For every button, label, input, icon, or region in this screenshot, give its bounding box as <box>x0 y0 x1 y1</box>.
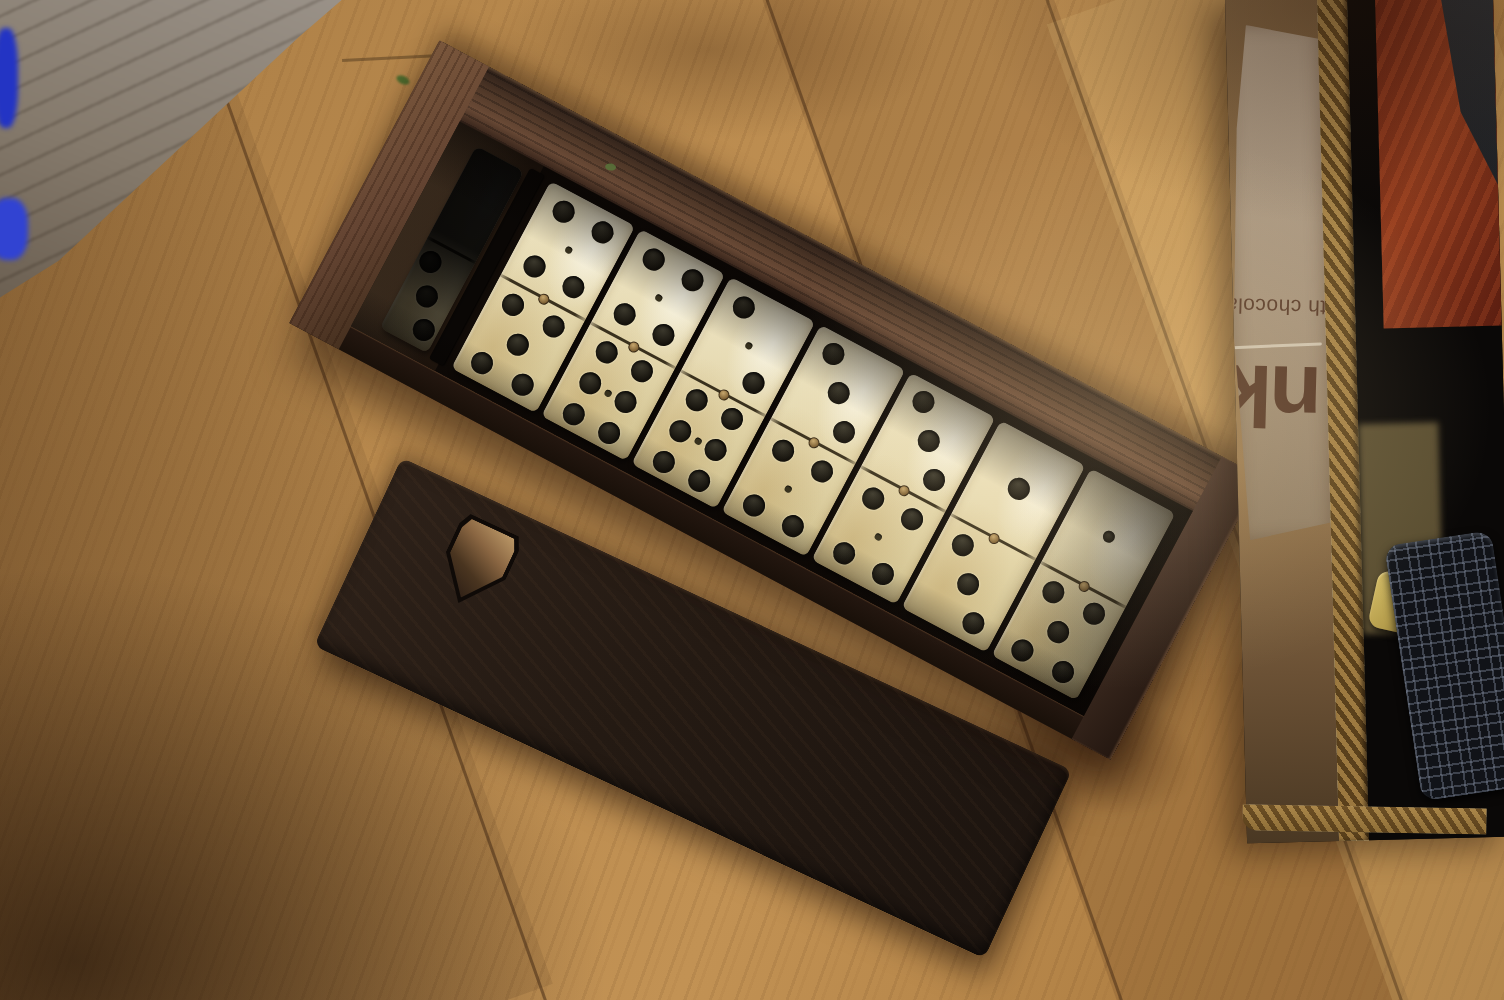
pip <box>858 484 888 514</box>
pip <box>948 530 978 560</box>
pip <box>594 418 624 448</box>
pip <box>611 387 641 417</box>
label-large-text: nk <box>1226 356 1322 436</box>
pip <box>498 290 528 320</box>
pip <box>1048 657 1078 687</box>
pip <box>1043 617 1073 647</box>
pip <box>1101 529 1117 545</box>
pip <box>503 330 533 360</box>
compass-mark <box>564 245 573 254</box>
pip <box>682 385 712 415</box>
pip <box>649 447 679 477</box>
pip <box>1007 636 1037 666</box>
pip <box>807 456 837 486</box>
pip <box>610 300 640 330</box>
compass-mark <box>693 436 702 445</box>
pip <box>415 247 445 277</box>
pip <box>627 356 657 386</box>
corrugated-bottom-edge <box>1242 804 1486 834</box>
pip <box>409 315 439 345</box>
pip <box>768 436 798 466</box>
pip <box>519 252 549 282</box>
compass-mark <box>873 532 882 541</box>
shield-thumb-notch <box>435 516 520 609</box>
pip <box>559 400 589 430</box>
compass-mark <box>603 388 612 397</box>
pip <box>739 368 769 398</box>
compass-mark <box>654 293 663 302</box>
tile-divider <box>427 236 476 264</box>
pip <box>829 417 859 447</box>
pip <box>868 559 898 589</box>
pip <box>729 292 759 322</box>
pip <box>919 465 949 495</box>
pip <box>824 378 854 408</box>
pip <box>588 217 618 247</box>
pip <box>639 245 669 275</box>
pip <box>467 348 497 378</box>
pip <box>649 320 679 350</box>
scene: nk with chocolate <box>0 0 1504 1000</box>
pip <box>684 466 714 496</box>
pip <box>549 197 579 227</box>
pip <box>1079 599 1109 629</box>
pip <box>914 426 944 456</box>
pip <box>778 511 808 541</box>
pip <box>1004 474 1034 504</box>
pip <box>665 416 695 446</box>
blue-object <box>0 198 28 260</box>
pip <box>678 265 708 295</box>
pip <box>819 339 849 369</box>
pip <box>575 368 605 398</box>
pip <box>897 504 927 534</box>
pip <box>558 272 588 302</box>
tile-half-lower <box>380 239 475 354</box>
compass-mark <box>744 340 753 349</box>
pip <box>701 435 731 465</box>
pip <box>508 370 538 400</box>
leaf-speck <box>605 163 617 171</box>
pip <box>909 387 939 417</box>
pip <box>953 569 983 599</box>
compass-mark <box>783 484 792 493</box>
tile-half-upper <box>429 146 524 261</box>
cardboard-label: nk with chocolate <box>1226 23 1331 540</box>
cardboard-box[interactable]: nk with chocolate <box>1225 0 1504 843</box>
pip <box>592 337 622 367</box>
blue-object <box>0 28 18 128</box>
cardboard-interior <box>1347 0 1504 840</box>
pip <box>958 609 988 639</box>
pip <box>412 281 442 311</box>
pip <box>1039 577 1069 607</box>
pip <box>717 404 747 434</box>
patterned-dark-case <box>1384 530 1504 801</box>
pip <box>829 539 859 569</box>
pip <box>739 491 769 521</box>
pip <box>539 311 569 341</box>
